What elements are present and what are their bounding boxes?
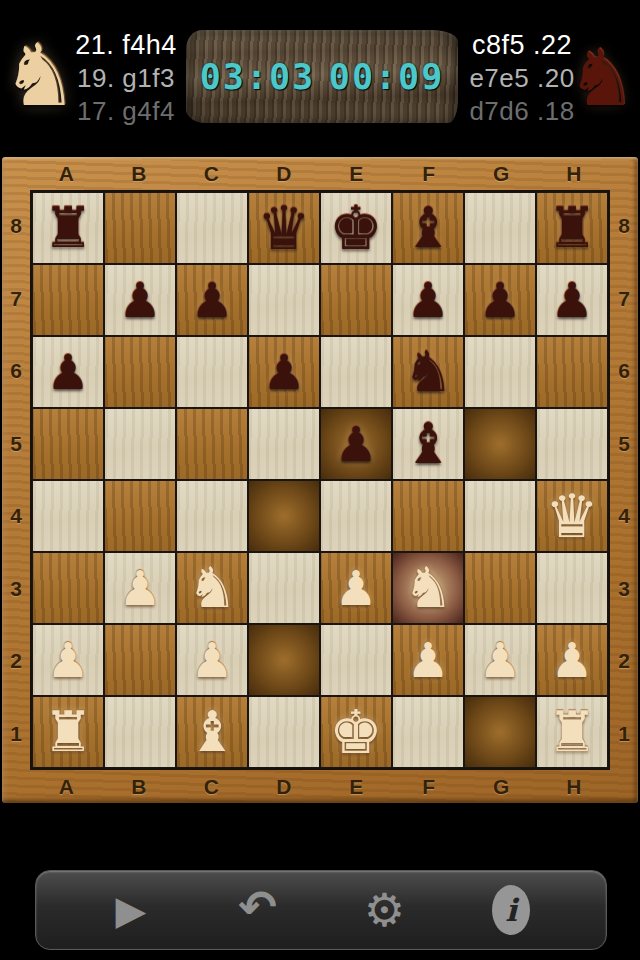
- white-clock-time: 03:03: [200, 57, 315, 97]
- undo-icon: ↶: [238, 880, 277, 934]
- file-label-d: D: [248, 775, 321, 799]
- square-c3[interactable]: ♞: [176, 552, 248, 624]
- piece-black-pawn: ♟: [550, 276, 593, 324]
- file-label-f: F: [393, 162, 466, 186]
- square-d2[interactable]: [248, 624, 320, 696]
- settings-button[interactable]: ⚙: [352, 880, 416, 940]
- square-b8[interactable]: [104, 192, 176, 264]
- rank-label-7: 7: [2, 263, 30, 336]
- white-move-latest: 21. f4h4: [64, 30, 188, 61]
- undo-button[interactable]: ↶: [226, 880, 290, 940]
- piece-white-pawn: ♟: [46, 636, 89, 684]
- piece-white-pawn: ♟: [478, 636, 521, 684]
- rank-labels-right: 87654321: [610, 190, 638, 770]
- rank-labels-left: 87654321: [2, 190, 30, 770]
- info-letter: i: [505, 892, 517, 928]
- rank-label-8: 8: [610, 190, 638, 263]
- square-h6[interactable]: [536, 336, 608, 408]
- rank-label-1: 1: [2, 698, 30, 771]
- bottom-toolbar: ▶ ↶ ⚙ i: [35, 870, 607, 950]
- gear-icon: ⚙: [364, 883, 405, 937]
- square-g1[interactable]: [464, 696, 536, 768]
- square-d4[interactable]: [248, 480, 320, 552]
- square-c1[interactable]: ♝: [176, 696, 248, 768]
- square-b5[interactable]: [104, 408, 176, 480]
- square-h2[interactable]: ♟: [536, 624, 608, 696]
- file-label-f: F: [393, 775, 466, 799]
- square-a8[interactable]: ♜: [32, 192, 104, 264]
- square-f8[interactable]: ♝: [392, 192, 464, 264]
- square-b6[interactable]: [104, 336, 176, 408]
- piece-white-bishop: ♝: [187, 704, 237, 760]
- piece-white-pawn: ♟: [406, 636, 449, 684]
- file-label-d: D: [248, 162, 321, 186]
- square-g6[interactable]: [464, 336, 536, 408]
- piece-white-pawn: ♟: [334, 564, 377, 612]
- piece-black-pawn: ♟: [118, 276, 161, 324]
- black-knight-glyph: ♞: [567, 39, 637, 117]
- square-e3[interactable]: ♟: [320, 552, 392, 624]
- square-c8[interactable]: [176, 192, 248, 264]
- rank-label-4: 4: [2, 480, 30, 553]
- square-b7[interactable]: ♟: [104, 264, 176, 336]
- chess-board: ♜♛♚♝♜♟♟♟♟♟♟♟♞♟♝♛♟♞♟♞♟♟♟♟♟♜♝♚♜: [30, 190, 610, 770]
- piece-black-knight: ♞: [403, 344, 453, 400]
- file-label-g: G: [465, 162, 538, 186]
- header: ♞ 21. f4h4 19. g1f3 17. g4f4 03:03 00:09…: [0, 0, 640, 157]
- rank-label-6: 6: [610, 335, 638, 408]
- square-h4[interactable]: ♛: [536, 480, 608, 552]
- black-clock-time: 00:09: [329, 57, 444, 97]
- square-a7[interactable]: [32, 264, 104, 336]
- play-button[interactable]: ▶: [99, 880, 163, 940]
- square-d3[interactable]: [248, 552, 320, 624]
- square-e4[interactable]: [320, 480, 392, 552]
- file-label-a: A: [30, 775, 103, 799]
- file-label-g: G: [465, 775, 538, 799]
- white-move-prev: 19. g1f3: [64, 63, 188, 94]
- square-h1[interactable]: ♜: [536, 696, 608, 768]
- rank-label-5: 5: [2, 408, 30, 481]
- piece-black-pawn: ♟: [262, 348, 305, 396]
- piece-black-rook: ♜: [43, 200, 93, 256]
- square-g7[interactable]: ♟: [464, 264, 536, 336]
- square-g4[interactable]: [464, 480, 536, 552]
- piece-black-pawn: ♟: [334, 420, 377, 468]
- square-e1[interactable]: ♚: [320, 696, 392, 768]
- file-label-c: C: [175, 775, 248, 799]
- rank-label-5: 5: [610, 408, 638, 481]
- square-h7[interactable]: ♟: [536, 264, 608, 336]
- file-labels-bottom: ABCDEFGH: [30, 770, 610, 803]
- square-e8[interactable]: ♚: [320, 192, 392, 264]
- square-h5[interactable]: [536, 408, 608, 480]
- piece-black-pawn: ♟: [46, 348, 89, 396]
- square-a4[interactable]: [32, 480, 104, 552]
- square-a1[interactable]: ♜: [32, 696, 104, 768]
- piece-white-knight: ♞: [187, 560, 237, 616]
- chess-clock: 03:03 00:09: [186, 30, 458, 123]
- square-e5[interactable]: ♟: [320, 408, 392, 480]
- piece-black-pawn: ♟: [406, 276, 449, 324]
- board-frame: ABCDEFGH 87654321 ♜♛♚♝♜♟♟♟♟♟♟♟♞♟♝♛♟♞♟♞♟♟…: [2, 157, 638, 803]
- piece-black-pawn: ♟: [478, 276, 521, 324]
- square-f2[interactable]: ♟: [392, 624, 464, 696]
- piece-white-rook: ♜: [43, 704, 93, 760]
- piece-black-pawn: ♟: [190, 276, 233, 324]
- piece-black-bishop: ♝: [403, 416, 453, 472]
- rank-label-2: 2: [2, 625, 30, 698]
- black-knight-icon: ♞: [566, 28, 638, 128]
- rank-label-7: 7: [610, 263, 638, 336]
- file-label-e: E: [320, 775, 393, 799]
- piece-white-king: ♚: [329, 702, 383, 762]
- square-c6[interactable]: [176, 336, 248, 408]
- square-a3[interactable]: [32, 552, 104, 624]
- square-b1[interactable]: [104, 696, 176, 768]
- piece-black-rook: ♜: [547, 200, 597, 256]
- square-g8[interactable]: [464, 192, 536, 264]
- white-move-older: 17. g4f4: [64, 96, 188, 127]
- rank-label-3: 3: [610, 553, 638, 626]
- piece-black-queen: ♛: [257, 198, 311, 258]
- file-label-a: A: [30, 162, 103, 186]
- square-d7[interactable]: [248, 264, 320, 336]
- info-button[interactable]: i: [479, 880, 543, 940]
- square-a2[interactable]: ♟: [32, 624, 104, 696]
- file-label-b: B: [103, 775, 176, 799]
- square-c4[interactable]: [176, 480, 248, 552]
- square-f5[interactable]: ♝: [392, 408, 464, 480]
- square-e6[interactable]: [320, 336, 392, 408]
- piece-white-pawn: ♟: [118, 564, 161, 612]
- info-icon: i: [492, 885, 530, 935]
- square-h3[interactable]: [536, 552, 608, 624]
- rank-label-3: 3: [2, 553, 30, 626]
- file-labels-top: ABCDEFGH: [30, 157, 610, 190]
- piece-white-rook: ♜: [547, 704, 597, 760]
- square-c2[interactable]: ♟: [176, 624, 248, 696]
- square-g5[interactable]: [464, 408, 536, 480]
- square-e2[interactable]: [320, 624, 392, 696]
- white-move-history: 21. f4h4 19. g1f3 17. g4f4: [64, 30, 188, 127]
- play-icon: ▶: [115, 887, 146, 933]
- square-g3[interactable]: [464, 552, 536, 624]
- rank-label-8: 8: [2, 190, 30, 263]
- rank-label-4: 4: [610, 480, 638, 553]
- piece-white-pawn: ♟: [190, 636, 233, 684]
- square-d8[interactable]: ♛: [248, 192, 320, 264]
- black-move-older: d7d6 .18: [462, 96, 582, 127]
- black-move-history: c8f5 .22 e7e5 .20 d7d6 .18: [462, 30, 582, 127]
- square-b2[interactable]: [104, 624, 176, 696]
- square-b3[interactable]: ♟: [104, 552, 176, 624]
- app-root: { "game": "chess", "position": { "fen": …: [0, 0, 640, 960]
- square-c7[interactable]: ♟: [176, 264, 248, 336]
- rank-label-6: 6: [2, 335, 30, 408]
- square-f3[interactable]: ♞: [392, 552, 464, 624]
- black-move-latest: c8f5 .22: [462, 30, 582, 61]
- square-f7[interactable]: ♟: [392, 264, 464, 336]
- square-a6[interactable]: ♟: [32, 336, 104, 408]
- square-d5[interactable]: [248, 408, 320, 480]
- square-f6[interactable]: ♞: [392, 336, 464, 408]
- square-d1[interactable]: [248, 696, 320, 768]
- file-label-b: B: [103, 162, 176, 186]
- square-a5[interactable]: [32, 408, 104, 480]
- piece-black-king: ♚: [329, 198, 383, 258]
- square-b4[interactable]: [104, 480, 176, 552]
- square-e7[interactable]: [320, 264, 392, 336]
- piece-white-queen: ♛: [545, 486, 599, 546]
- file-label-c: C: [175, 162, 248, 186]
- rank-label-1: 1: [610, 698, 638, 771]
- square-g2[interactable]: ♟: [464, 624, 536, 696]
- file-label-h: H: [538, 775, 611, 799]
- square-f1[interactable]: [392, 696, 464, 768]
- rank-label-2: 2: [610, 625, 638, 698]
- square-c5[interactable]: [176, 408, 248, 480]
- file-label-e: E: [320, 162, 393, 186]
- piece-white-pawn: ♟: [550, 636, 593, 684]
- square-d6[interactable]: ♟: [248, 336, 320, 408]
- square-f4[interactable]: [392, 480, 464, 552]
- file-label-h: H: [538, 162, 611, 186]
- black-move-prev: e7e5 .20: [462, 63, 582, 94]
- square-h8[interactable]: ♜: [536, 192, 608, 264]
- piece-white-knight: ♞: [403, 560, 453, 616]
- piece-black-bishop: ♝: [403, 200, 453, 256]
